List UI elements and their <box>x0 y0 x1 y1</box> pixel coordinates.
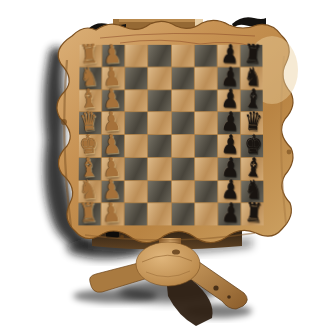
square-c6 <box>195 90 217 112</box>
black-pawn: ♟ <box>220 153 240 180</box>
square-e2: ♟ <box>102 135 124 157</box>
black-pawn: ♟ <box>221 199 241 226</box>
square-g3 <box>125 181 147 203</box>
square-g5 <box>172 181 194 203</box>
square-a8: ♜ <box>240 45 262 66</box>
black-bishop: ♝ <box>244 153 264 180</box>
white-pawn: ♟ <box>102 63 122 90</box>
black-rook: ♜ <box>244 199 264 226</box>
square-c4 <box>148 90 170 112</box>
black-pawn: ♟ <box>220 40 239 67</box>
left-leg-shadow <box>73 289 157 303</box>
wood-knot <box>61 119 67 125</box>
white-knight: ♞ <box>79 176 99 203</box>
square-f5 <box>172 158 194 180</box>
square-e3 <box>125 135 147 157</box>
leg-knot <box>213 285 218 290</box>
black-king: ♚ <box>243 130 263 157</box>
black-bishop: ♝ <box>243 85 262 112</box>
square-b7: ♟ <box>218 67 240 89</box>
square-c3 <box>125 90 147 112</box>
square-b8: ♞ <box>241 67 263 89</box>
white-rook: ♜ <box>80 40 99 67</box>
white-pawn: ♟ <box>102 85 122 112</box>
square-b3 <box>125 67 147 89</box>
white-bishop: ♝ <box>79 85 98 112</box>
square-d1: ♛ <box>79 112 101 134</box>
square-f6 <box>195 158 217 180</box>
black-queen: ♛ <box>243 108 263 135</box>
square-e6 <box>195 135 217 157</box>
pedestal-base-disc <box>136 242 200 286</box>
white-bishop: ♝ <box>79 153 99 180</box>
square-h5 <box>172 203 194 225</box>
square-b4 <box>148 67 170 89</box>
square-c7: ♟ <box>218 90 240 112</box>
square-c1: ♝ <box>79 90 101 112</box>
square-d8: ♛ <box>241 112 263 134</box>
square-a2: ♟ <box>102 45 124 66</box>
black-knight: ♞ <box>243 63 262 90</box>
square-b5 <box>171 67 193 89</box>
square-a7: ♟ <box>217 45 239 66</box>
square-f2: ♟ <box>102 158 124 180</box>
square-f3 <box>125 158 147 180</box>
square-a5 <box>171 45 193 66</box>
square-e4 <box>148 135 170 157</box>
black-pawn: ♟ <box>220 63 240 90</box>
square-d7: ♟ <box>218 112 240 134</box>
square-h1: ♜ <box>78 203 100 225</box>
white-knight: ♞ <box>79 63 98 90</box>
square-d6 <box>195 112 217 134</box>
square-f8: ♝ <box>241 158 263 180</box>
white-pawn: ♟ <box>102 176 122 203</box>
square-e1: ♚ <box>79 135 101 157</box>
wood-knot <box>287 150 292 155</box>
square-g8: ♞ <box>241 181 263 203</box>
white-pawn: ♟ <box>102 108 122 135</box>
white-queen: ♛ <box>79 108 99 135</box>
black-pawn: ♟ <box>220 130 240 157</box>
square-g6 <box>195 181 217 203</box>
square-d3 <box>125 112 147 134</box>
square-h2: ♟ <box>102 203 124 225</box>
square-e8: ♚ <box>241 135 263 157</box>
square-h4 <box>148 203 170 225</box>
black-rook: ♜ <box>243 40 262 67</box>
square-f1: ♝ <box>79 158 101 180</box>
wood-knot <box>120 235 124 239</box>
white-pawn: ♟ <box>102 130 122 157</box>
white-pawn: ♟ <box>102 153 122 180</box>
square-c2: ♟ <box>102 90 124 112</box>
white-king: ♚ <box>79 130 99 157</box>
square-g2: ♟ <box>102 181 124 203</box>
square-b1: ♞ <box>79 67 101 89</box>
square-e7: ♟ <box>218 135 240 157</box>
square-e5 <box>172 135 194 157</box>
square-f7: ♟ <box>218 158 240 180</box>
square-h7: ♟ <box>218 203 240 225</box>
square-c8: ♝ <box>241 90 263 112</box>
square-a1: ♜ <box>79 45 101 66</box>
square-g4 <box>148 181 170 203</box>
square-a3 <box>125 45 147 66</box>
white-pawn: ♟ <box>102 199 122 226</box>
square-d4 <box>148 112 170 134</box>
white-rook: ♜ <box>78 199 98 226</box>
square-g1: ♞ <box>79 181 101 203</box>
square-d5 <box>171 112 193 134</box>
square-d2: ♟ <box>102 112 124 134</box>
chess-board: ♜♟♟♜♞♟♟♞♝♟♟♝♛♟♟♛♚♟♟♚♝♟♟♝♞♟♟♞♜♟♟♜ <box>78 45 263 226</box>
leg-knot <box>227 295 231 299</box>
square-c5 <box>171 90 193 112</box>
black-pawn: ♟ <box>220 85 240 112</box>
square-h8: ♜ <box>241 203 263 225</box>
square-b2: ♟ <box>102 67 124 89</box>
square-a6 <box>194 45 216 66</box>
square-b6 <box>195 67 217 89</box>
black-knight: ♞ <box>244 176 264 203</box>
square-f4 <box>148 158 170 180</box>
square-g7: ♟ <box>218 181 240 203</box>
square-a4 <box>148 45 170 66</box>
white-pawn: ♟ <box>103 40 122 67</box>
square-h3 <box>125 203 147 225</box>
black-pawn: ♟ <box>220 108 240 135</box>
black-pawn: ♟ <box>220 176 240 203</box>
square-h6 <box>195 203 217 225</box>
